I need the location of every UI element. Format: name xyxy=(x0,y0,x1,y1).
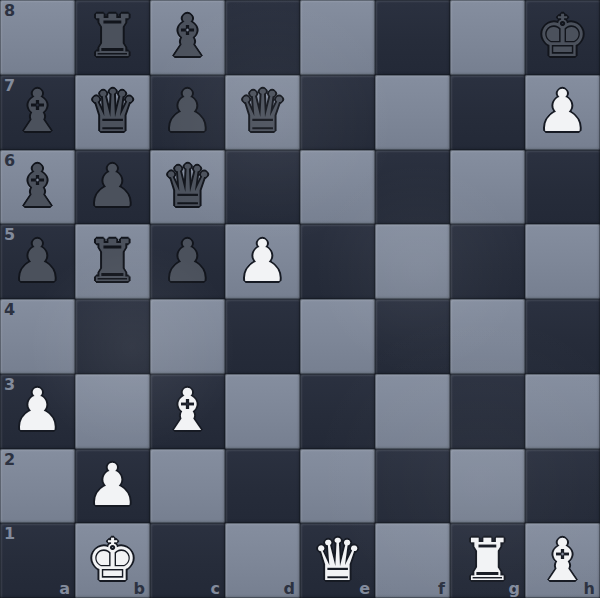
square-a6[interactable]: 6♝ xyxy=(0,150,75,225)
square-b6[interactable]: ♟ xyxy=(75,150,150,225)
square-f5[interactable] xyxy=(375,224,450,299)
square-c2[interactable] xyxy=(150,449,225,524)
square-c5[interactable]: ♟ xyxy=(150,224,225,299)
square-g8[interactable] xyxy=(450,0,525,75)
rank-label-2: 2 xyxy=(4,450,15,469)
square-h7[interactable]: ♟ xyxy=(525,75,600,150)
square-h6[interactable] xyxy=(525,150,600,225)
square-a4[interactable]: 4 xyxy=(0,299,75,374)
square-d7[interactable]: ♛ xyxy=(225,75,300,150)
square-a7[interactable]: 7♝ xyxy=(0,75,75,150)
square-b4[interactable] xyxy=(75,299,150,374)
square-e7[interactable] xyxy=(300,75,375,150)
square-d8[interactable] xyxy=(225,0,300,75)
piece-white-pawn[interactable]: ♟ xyxy=(87,456,139,514)
piece-black-bishop[interactable]: ♝ xyxy=(162,7,214,65)
square-h5[interactable] xyxy=(525,224,600,299)
square-g7[interactable] xyxy=(450,75,525,150)
square-g5[interactable] xyxy=(450,224,525,299)
chess-board-container: 8♜♝♚7♝♛♟♛♟6♝♟♛5♟♜♟♟43♟♝2♟1ab♚cde♛fg♜h♝ xyxy=(0,0,600,598)
file-label-f: f xyxy=(438,579,445,598)
piece-black-queen[interactable]: ♛ xyxy=(237,82,289,140)
square-a5[interactable]: 5♟ xyxy=(0,224,75,299)
square-e1[interactable]: e♛ xyxy=(300,523,375,598)
rank-label-1: 1 xyxy=(4,524,15,543)
square-a3[interactable]: 3♟ xyxy=(0,374,75,449)
piece-black-queen[interactable]: ♛ xyxy=(162,157,214,215)
square-f1[interactable]: f xyxy=(375,523,450,598)
piece-black-king[interactable]: ♚ xyxy=(537,7,589,65)
square-f6[interactable] xyxy=(375,150,450,225)
piece-white-rook[interactable]: ♜ xyxy=(462,531,514,589)
square-h1[interactable]: h♝ xyxy=(525,523,600,598)
square-g1[interactable]: g♜ xyxy=(450,523,525,598)
piece-black-pawn[interactable]: ♟ xyxy=(12,232,64,290)
file-label-a: a xyxy=(59,579,70,598)
piece-white-queen[interactable]: ♛ xyxy=(312,531,364,589)
file-label-d: d xyxy=(284,579,295,598)
square-f3[interactable] xyxy=(375,374,450,449)
piece-white-bishop[interactable]: ♝ xyxy=(537,531,589,589)
piece-black-pawn[interactable]: ♟ xyxy=(162,232,214,290)
square-a2[interactable]: 2 xyxy=(0,449,75,524)
square-b7[interactable]: ♛ xyxy=(75,75,150,150)
square-c3[interactable]: ♝ xyxy=(150,374,225,449)
piece-black-pawn[interactable]: ♟ xyxy=(162,82,214,140)
square-b3[interactable] xyxy=(75,374,150,449)
square-h2[interactable] xyxy=(525,449,600,524)
square-g2[interactable] xyxy=(450,449,525,524)
piece-white-king[interactable]: ♚ xyxy=(87,531,139,589)
square-d1[interactable]: d xyxy=(225,523,300,598)
square-d3[interactable] xyxy=(225,374,300,449)
square-b5[interactable]: ♜ xyxy=(75,224,150,299)
square-d2[interactable] xyxy=(225,449,300,524)
square-c1[interactable]: c xyxy=(150,523,225,598)
piece-black-rook[interactable]: ♜ xyxy=(87,7,139,65)
square-g3[interactable] xyxy=(450,374,525,449)
square-a1[interactable]: 1a xyxy=(0,523,75,598)
square-a8[interactable]: 8 xyxy=(0,0,75,75)
rank-label-4: 4 xyxy=(4,300,15,319)
piece-black-pawn[interactable]: ♟ xyxy=(87,157,139,215)
piece-black-bishop[interactable]: ♝ xyxy=(12,82,64,140)
square-d5[interactable]: ♟ xyxy=(225,224,300,299)
square-d4[interactable] xyxy=(225,299,300,374)
square-b1[interactable]: b♚ xyxy=(75,523,150,598)
square-h3[interactable] xyxy=(525,374,600,449)
square-e8[interactable] xyxy=(300,0,375,75)
square-b8[interactable]: ♜ xyxy=(75,0,150,75)
square-h8[interactable]: ♚ xyxy=(525,0,600,75)
square-g6[interactable] xyxy=(450,150,525,225)
square-e4[interactable] xyxy=(300,299,375,374)
square-b2[interactable]: ♟ xyxy=(75,449,150,524)
chess-board: 8♜♝♚7♝♛♟♛♟6♝♟♛5♟♜♟♟43♟♝2♟1ab♚cde♛fg♜h♝ xyxy=(0,0,600,598)
square-e2[interactable] xyxy=(300,449,375,524)
square-c6[interactable]: ♛ xyxy=(150,150,225,225)
piece-black-bishop[interactable]: ♝ xyxy=(12,157,64,215)
piece-white-pawn[interactable]: ♟ xyxy=(12,381,64,439)
square-d6[interactable] xyxy=(225,150,300,225)
piece-black-queen[interactable]: ♛ xyxy=(87,82,139,140)
square-f2[interactable] xyxy=(375,449,450,524)
square-c8[interactable]: ♝ xyxy=(150,0,225,75)
square-h4[interactable] xyxy=(525,299,600,374)
square-f7[interactable] xyxy=(375,75,450,150)
file-label-c: c xyxy=(211,579,220,598)
square-e3[interactable] xyxy=(300,374,375,449)
piece-black-rook[interactable]: ♜ xyxy=(87,232,139,290)
piece-white-pawn[interactable]: ♟ xyxy=(237,232,289,290)
square-g4[interactable] xyxy=(450,299,525,374)
square-c7[interactable]: ♟ xyxy=(150,75,225,150)
piece-white-pawn[interactable]: ♟ xyxy=(537,82,589,140)
square-e6[interactable] xyxy=(300,150,375,225)
rank-label-8: 8 xyxy=(4,1,15,20)
square-f4[interactable] xyxy=(375,299,450,374)
square-f8[interactable] xyxy=(375,0,450,75)
square-e5[interactable] xyxy=(300,224,375,299)
piece-white-bishop[interactable]: ♝ xyxy=(162,381,214,439)
square-c4[interactable] xyxy=(150,299,225,374)
